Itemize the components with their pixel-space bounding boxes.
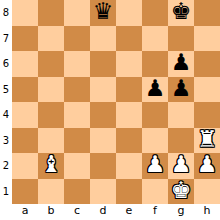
square-g7[interactable] — [168, 26, 194, 52]
rank-label-8: 8 — [0, 0, 12, 26]
square-h6[interactable] — [194, 51, 220, 77]
square-c1[interactable] — [64, 179, 90, 205]
square-b4[interactable] — [38, 102, 64, 128]
square-d2[interactable] — [90, 153, 116, 179]
rank-label-2: 2 — [0, 153, 12, 179]
board[interactable]: ♛♚♟♟♟♜♝♟♟♟♚ — [12, 0, 220, 204]
piece-black-pawn-g6[interactable]: ♟ — [171, 51, 192, 74]
square-h5[interactable] — [194, 77, 220, 103]
rank-labels: 87654321 — [0, 0, 12, 204]
square-e4[interactable] — [116, 102, 142, 128]
square-f1[interactable] — [142, 179, 168, 205]
rank-label-3: 3 — [0, 128, 12, 154]
square-e3[interactable] — [116, 128, 142, 154]
square-a8[interactable] — [12, 0, 38, 26]
square-h1[interactable] — [194, 179, 220, 205]
square-c4[interactable] — [64, 102, 90, 128]
square-d6[interactable] — [90, 51, 116, 77]
file-label-d: d — [90, 204, 116, 220]
square-g4[interactable] — [168, 102, 194, 128]
square-a6[interactable] — [12, 51, 38, 77]
square-h4[interactable] — [194, 102, 220, 128]
square-a3[interactable] — [12, 128, 38, 154]
square-b1[interactable] — [38, 179, 64, 205]
piece-black-king-g8[interactable]: ♚ — [171, 0, 192, 23]
square-f5[interactable]: ♟ — [142, 77, 168, 103]
square-e7[interactable] — [116, 26, 142, 52]
square-b5[interactable] — [38, 77, 64, 103]
file-label-g: g — [168, 204, 194, 220]
square-e8[interactable] — [116, 0, 142, 26]
piece-black-pawn-g5[interactable]: ♟ — [171, 77, 192, 100]
file-label-a: a — [12, 204, 38, 220]
rank-label-1: 1 — [0, 179, 12, 205]
file-label-b: b — [38, 204, 64, 220]
square-b7[interactable] — [38, 26, 64, 52]
square-b6[interactable] — [38, 51, 64, 77]
square-c7[interactable] — [64, 26, 90, 52]
piece-white-pawn-f2[interactable]: ♟ — [145, 153, 166, 176]
piece-white-pawn-h2[interactable]: ♟ — [197, 153, 218, 176]
square-f3[interactable] — [142, 128, 168, 154]
square-e6[interactable] — [116, 51, 142, 77]
square-g1[interactable]: ♚ — [168, 179, 194, 205]
rank-label-5: 5 — [0, 77, 12, 103]
square-c6[interactable] — [64, 51, 90, 77]
piece-white-king-g1[interactable]: ♚ — [171, 179, 192, 202]
file-labels: abcdefgh — [12, 204, 220, 220]
piece-white-pawn-g2[interactable]: ♟ — [171, 153, 192, 176]
square-g5[interactable]: ♟ — [168, 77, 194, 103]
square-d8[interactable]: ♛ — [90, 0, 116, 26]
square-f6[interactable] — [142, 51, 168, 77]
square-b8[interactable] — [38, 0, 64, 26]
square-h8[interactable] — [194, 0, 220, 26]
square-e1[interactable] — [116, 179, 142, 205]
square-g8[interactable]: ♚ — [168, 0, 194, 26]
rank-label-4: 4 — [0, 102, 12, 128]
square-e5[interactable] — [116, 77, 142, 103]
square-a4[interactable] — [12, 102, 38, 128]
square-h7[interactable] — [194, 26, 220, 52]
rank-label-6: 6 — [0, 51, 12, 77]
piece-black-pawn-f5[interactable]: ♟ — [145, 77, 166, 100]
square-c8[interactable] — [64, 0, 90, 26]
piece-white-rook-h3[interactable]: ♜ — [197, 128, 218, 151]
square-b3[interactable] — [38, 128, 64, 154]
square-h3[interactable]: ♜ — [194, 128, 220, 154]
square-b2[interactable]: ♝ — [38, 153, 64, 179]
square-f8[interactable] — [142, 0, 168, 26]
file-label-c: c — [64, 204, 90, 220]
square-g6[interactable]: ♟ — [168, 51, 194, 77]
square-c2[interactable] — [64, 153, 90, 179]
square-d4[interactable] — [90, 102, 116, 128]
square-h2[interactable]: ♟ — [194, 153, 220, 179]
square-e2[interactable] — [116, 153, 142, 179]
square-d5[interactable] — [90, 77, 116, 103]
square-f2[interactable]: ♟ — [142, 153, 168, 179]
square-g3[interactable] — [168, 128, 194, 154]
square-c5[interactable] — [64, 77, 90, 103]
file-label-f: f — [142, 204, 168, 220]
piece-black-queen-d8[interactable]: ♛ — [93, 0, 114, 23]
square-a2[interactable] — [12, 153, 38, 179]
square-c3[interactable] — [64, 128, 90, 154]
chess-diagram: 87654321 ♛♚♟♟♟♜♝♟♟♟♚ abcdefgh — [0, 0, 220, 220]
square-d1[interactable] — [90, 179, 116, 205]
square-a5[interactable] — [12, 77, 38, 103]
square-a1[interactable] — [12, 179, 38, 205]
file-label-e: e — [116, 204, 142, 220]
square-d3[interactable] — [90, 128, 116, 154]
square-f4[interactable] — [142, 102, 168, 128]
square-f7[interactable] — [142, 26, 168, 52]
rank-label-7: 7 — [0, 26, 12, 52]
file-label-h: h — [194, 204, 220, 220]
square-g2[interactable]: ♟ — [168, 153, 194, 179]
piece-white-bishop-b2[interactable]: ♝ — [41, 153, 62, 176]
square-d7[interactable] — [90, 26, 116, 52]
square-a7[interactable] — [12, 26, 38, 52]
